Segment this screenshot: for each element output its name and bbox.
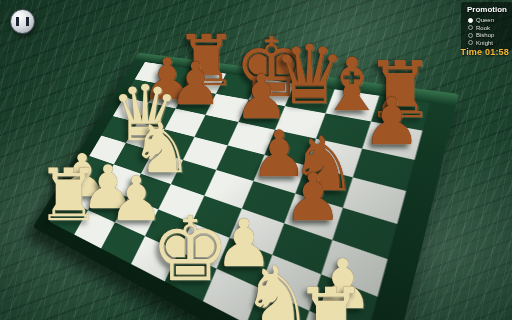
promotion-option-label: Knight (476, 40, 493, 47)
piece-white-rook[interactable]: ♜ (293, 278, 368, 320)
timer-label: Time (461, 47, 483, 57)
promotion-option-queen[interactable]: Queen (468, 17, 510, 24)
promotion-options: QueenRookBishopKnight (464, 17, 510, 46)
promotion-title: Promotion (464, 5, 510, 14)
piece-white-king[interactable]: ♚ (151, 206, 230, 295)
pause-button[interactable] (10, 9, 35, 34)
chess-app-screen: ♜♚♛♝♜♟♟♟♟♛♟♞♞♟♟♟♟♟♟♜♚♞♜ Promotion QueenR… (0, 0, 512, 320)
promotion-option-label: Rook (476, 25, 490, 32)
radio-icon (468, 40, 473, 45)
piece-white-rook[interactable]: ♜ (37, 160, 101, 232)
promotion-panel: Promotion QueenRookBishopKnight (461, 2, 512, 51)
piece-black-pawn[interactable]: ♟ (363, 89, 421, 154)
piece-black-pawn[interactable]: ♟ (284, 164, 343, 230)
radio-icon (468, 18, 473, 23)
promotion-option-bishop[interactable]: Bishop (468, 32, 510, 39)
promotion-option-knight[interactable]: Knight (468, 40, 510, 47)
promotion-option-label: Bishop (476, 32, 494, 39)
radio-icon (468, 33, 473, 38)
promotion-option-label: Queen (476, 17, 494, 24)
radio-icon (468, 25, 473, 30)
promotion-option-rook[interactable]: Rook (468, 25, 510, 32)
pause-icon (16, 17, 29, 26)
timer-value: 01:58 (485, 47, 509, 57)
timer: Time 01:58 (461, 47, 509, 57)
